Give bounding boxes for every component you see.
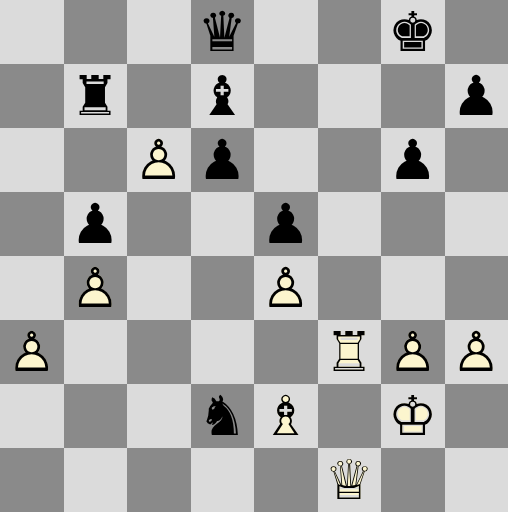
- black-pawn: ♟: [191, 128, 255, 192]
- square-c6[interactable]: ♟♙: [127, 128, 191, 192]
- square-e4[interactable]: ♟♙: [254, 256, 318, 320]
- square-e7[interactable]: [254, 64, 318, 128]
- square-e6[interactable]: [254, 128, 318, 192]
- black-king: ♚: [381, 0, 445, 64]
- square-h6[interactable]: [445, 128, 508, 192]
- square-c5[interactable]: [127, 192, 191, 256]
- square-e2[interactable]: ♝♗: [254, 384, 318, 448]
- square-h8[interactable]: [445, 0, 508, 64]
- piece-outline: ♙: [127, 128, 191, 192]
- square-a5[interactable]: [0, 192, 64, 256]
- white-pawn: ♟♙: [127, 128, 191, 192]
- square-h2[interactable]: [445, 384, 508, 448]
- piece-outline: ♗: [254, 384, 318, 448]
- square-e8[interactable]: [254, 0, 318, 64]
- square-g1[interactable]: [381, 448, 445, 512]
- square-b2[interactable]: [64, 384, 128, 448]
- white-pawn: ♟♙: [445, 320, 508, 384]
- square-b8[interactable]: [64, 0, 128, 64]
- piece-outline: ♙: [381, 320, 445, 384]
- square-d1[interactable]: [191, 448, 255, 512]
- square-b1[interactable]: [64, 448, 128, 512]
- square-d2[interactable]: ♞: [191, 384, 255, 448]
- white-queen: ♛♕: [318, 448, 382, 512]
- square-h3[interactable]: ♟♙: [445, 320, 508, 384]
- piece-outline: ♖: [318, 320, 382, 384]
- black-bishop: ♝: [191, 64, 255, 128]
- square-g2[interactable]: ♚♔: [381, 384, 445, 448]
- white-rook: ♜♖: [318, 320, 382, 384]
- square-f5[interactable]: [318, 192, 382, 256]
- square-b4[interactable]: ♟♙: [64, 256, 128, 320]
- black-knight: ♞: [191, 384, 255, 448]
- square-a8[interactable]: [0, 0, 64, 64]
- square-f7[interactable]: [318, 64, 382, 128]
- square-g6[interactable]: ♟: [381, 128, 445, 192]
- piece-outline: ♙: [254, 256, 318, 320]
- square-g3[interactable]: ♟♙: [381, 320, 445, 384]
- square-d3[interactable]: [191, 320, 255, 384]
- square-f8[interactable]: [318, 0, 382, 64]
- square-b3[interactable]: [64, 320, 128, 384]
- square-h1[interactable]: [445, 448, 508, 512]
- square-a6[interactable]: [0, 128, 64, 192]
- chess-board: ♛♚♜♝♟♟♙♟♟♟♟♟♙♟♙♟♙♜♖♟♙♟♙♞♝♗♚♔♛♕: [0, 0, 508, 512]
- black-queen: ♛: [191, 0, 255, 64]
- white-king: ♚♔: [381, 384, 445, 448]
- square-h5[interactable]: [445, 192, 508, 256]
- square-a1[interactable]: [0, 448, 64, 512]
- square-g8[interactable]: ♚: [381, 0, 445, 64]
- square-c2[interactable]: [127, 384, 191, 448]
- white-pawn: ♟♙: [381, 320, 445, 384]
- square-a2[interactable]: [0, 384, 64, 448]
- square-f4[interactable]: [318, 256, 382, 320]
- white-pawn: ♟♙: [254, 256, 318, 320]
- square-d6[interactable]: ♟: [191, 128, 255, 192]
- white-bishop: ♝♗: [254, 384, 318, 448]
- square-g4[interactable]: [381, 256, 445, 320]
- square-g7[interactable]: [381, 64, 445, 128]
- black-rook: ♜: [64, 64, 128, 128]
- piece-outline: ♔: [381, 384, 445, 448]
- square-d5[interactable]: [191, 192, 255, 256]
- white-pawn: ♟♙: [64, 256, 128, 320]
- square-b7[interactable]: ♜: [64, 64, 128, 128]
- square-a3[interactable]: ♟♙: [0, 320, 64, 384]
- piece-outline: ♙: [0, 320, 64, 384]
- square-h4[interactable]: [445, 256, 508, 320]
- square-d4[interactable]: [191, 256, 255, 320]
- square-e5[interactable]: ♟: [254, 192, 318, 256]
- square-f1[interactable]: ♛♕: [318, 448, 382, 512]
- black-pawn: ♟: [381, 128, 445, 192]
- square-a4[interactable]: [0, 256, 64, 320]
- piece-outline: ♕: [318, 448, 382, 512]
- square-e3[interactable]: [254, 320, 318, 384]
- square-c1[interactable]: [127, 448, 191, 512]
- piece-outline: ♙: [445, 320, 508, 384]
- square-f2[interactable]: [318, 384, 382, 448]
- square-d7[interactable]: ♝: [191, 64, 255, 128]
- white-pawn: ♟♙: [0, 320, 64, 384]
- piece-outline: ♙: [64, 256, 128, 320]
- square-c8[interactable]: [127, 0, 191, 64]
- chessboard-container: ♛♚♜♝♟♟♙♟♟♟♟♟♙♟♙♟♙♜♖♟♙♟♙♞♝♗♚♔♛♕: [0, 0, 508, 512]
- square-d8[interactable]: ♛: [191, 0, 255, 64]
- square-e1[interactable]: [254, 448, 318, 512]
- square-c4[interactable]: [127, 256, 191, 320]
- black-pawn: ♟: [254, 192, 318, 256]
- black-pawn: ♟: [64, 192, 128, 256]
- square-g5[interactable]: [381, 192, 445, 256]
- square-c7[interactable]: [127, 64, 191, 128]
- square-f3[interactable]: ♜♖: [318, 320, 382, 384]
- square-b6[interactable]: [64, 128, 128, 192]
- square-f6[interactable]: [318, 128, 382, 192]
- square-c3[interactable]: [127, 320, 191, 384]
- black-pawn: ♟: [445, 64, 508, 128]
- square-a7[interactable]: [0, 64, 64, 128]
- square-h7[interactable]: ♟: [445, 64, 508, 128]
- square-b5[interactable]: ♟: [64, 192, 128, 256]
